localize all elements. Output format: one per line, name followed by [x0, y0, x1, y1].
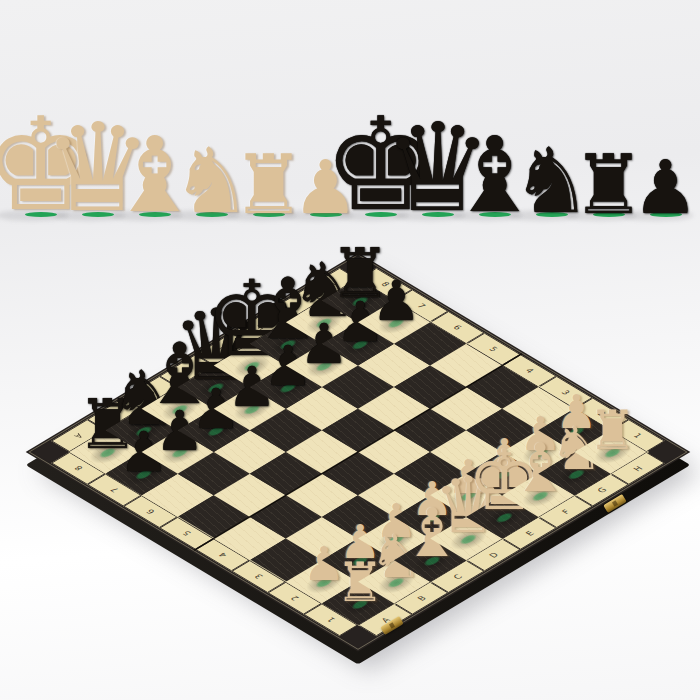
file-label-bottom-f-text: F: [560, 508, 572, 515]
file-label-bottom-c-text: C: [451, 573, 464, 581]
rank-label-left-2-text: 2: [289, 594, 301, 601]
display-white-rook-slot: ♜: [240, 0, 297, 222]
file-label-bottom-b-text: B: [415, 594, 428, 602]
rank-label-left-7-text: 7: [108, 486, 120, 493]
black-piece-lineup: ♚♛♝♞♜♟: [352, 0, 697, 222]
board: ABCDEFGH8♜♞♝♛♚♝♞♜87♟♟♟♟♟♟♟♟7665544332♟♟♟…: [26, 253, 691, 652]
white-rook-h1: ♜: [588, 404, 636, 458]
rank-label-right-4-text: 4: [523, 367, 535, 374]
black-pawn-icon: ♟: [632, 157, 698, 218]
rank-label-left-1-text: 1: [325, 616, 337, 623]
display-black-rook-slot: ♜: [580, 0, 637, 222]
file-label-bottom-h-text: H: [631, 464, 644, 472]
rank-label-left-6-text: 6: [144, 508, 156, 515]
file-label-bottom-d-text: D: [487, 551, 500, 559]
file-label-bottom-g-text: G: [595, 486, 608, 494]
rank-label-left-8-text: 8: [72, 465, 84, 472]
file-label-bottom-e-text: E: [523, 530, 535, 537]
white-piece-lineup: ♚♛♝♞♜♟: [12, 0, 357, 222]
rank-label-right-5-text: 5: [487, 345, 499, 352]
display-black-pawn-slot: ♟: [637, 0, 694, 222]
rank-label-left-5-text: 5: [180, 530, 192, 537]
rank-label-right-6-text: 6: [451, 324, 463, 331]
rank-label-left-4-text: 4: [216, 551, 228, 558]
chess-set-photo: ♚♛♝♞♜♟ ♚♛♝♞♜♟ ABCDEFGH8♜♞♝♛♚♝♞♜87♟♟♟♟♟♟♟…: [0, 0, 700, 700]
rank-label-left-3-text: 3: [253, 573, 265, 580]
black-pawn-h7: ♟: [371, 274, 420, 329]
